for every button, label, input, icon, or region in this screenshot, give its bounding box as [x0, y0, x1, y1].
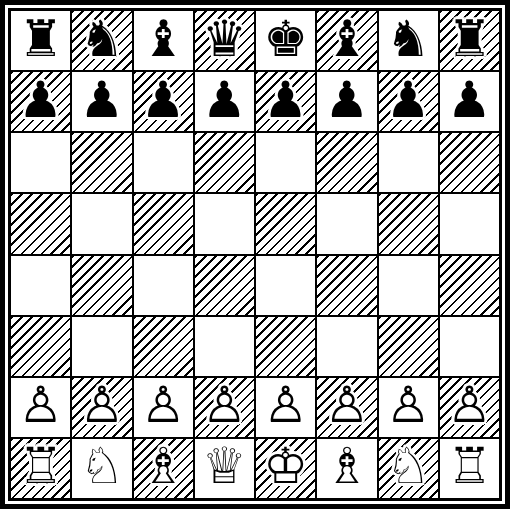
- square-b1[interactable]: ♞♘: [71, 438, 132, 499]
- square-e2[interactable]: ♟♙: [255, 377, 316, 438]
- square-a3[interactable]: [10, 316, 71, 377]
- square-h7[interactable]: ♟♟: [439, 71, 500, 132]
- square-c2[interactable]: ♟♙: [133, 377, 194, 438]
- piece-glyph: ♟: [447, 75, 492, 125]
- square-c4[interactable]: [133, 255, 194, 316]
- square-c8[interactable]: ♝♝: [133, 10, 194, 71]
- square-g3[interactable]: [378, 316, 439, 377]
- piece-black-rook[interactable]: ♜♜: [440, 11, 499, 70]
- square-g7[interactable]: ♟♟: [378, 71, 439, 132]
- piece-black-pawn[interactable]: ♟♟: [440, 72, 499, 131]
- square-d5[interactable]: [194, 193, 255, 254]
- square-f1[interactable]: ♝♗: [316, 438, 377, 499]
- square-e4[interactable]: [255, 255, 316, 316]
- square-e7[interactable]: ♟♟: [255, 71, 316, 132]
- square-g4[interactable]: [378, 255, 439, 316]
- chess-board: ♜♜♞♞♝♝♛♛♚♚♝♝♞♞♜♜♟♟♟♟♟♟♟♟♟♟♟♟♟♟♟♟♟♙♟♙♟♙♟♙…: [10, 10, 500, 499]
- piece-glyph: ♞: [386, 14, 431, 64]
- square-d1[interactable]: ♛♕: [194, 438, 255, 499]
- piece-glyph: ♗: [324, 441, 369, 491]
- square-e3[interactable]: [255, 316, 316, 377]
- piece-glyph: ♟: [263, 75, 308, 125]
- square-g8[interactable]: ♞♞: [378, 10, 439, 71]
- square-g5[interactable]: [378, 193, 439, 254]
- piece-white-rook[interactable]: ♜♖: [11, 439, 70, 498]
- piece-glyph: ♜: [18, 14, 63, 64]
- piece-black-bishop[interactable]: ♝♝: [317, 11, 376, 70]
- square-d8[interactable]: ♛♛: [194, 10, 255, 71]
- square-c1[interactable]: ♝♗: [133, 438, 194, 499]
- square-g1[interactable]: ♞♘: [378, 438, 439, 499]
- piece-white-queen[interactable]: ♛♕: [195, 439, 254, 498]
- square-f3[interactable]: [316, 316, 377, 377]
- piece-glyph: ♝: [324, 14, 369, 64]
- board-frame: ♜♜♞♞♝♝♛♛♚♚♝♝♞♞♜♜♟♟♟♟♟♟♟♟♟♟♟♟♟♟♟♟♟♙♟♙♟♙♟♙…: [0, 0, 510, 509]
- piece-glyph: ♟: [324, 75, 369, 125]
- piece-glyph: ♔: [263, 441, 308, 491]
- piece-white-pawn[interactable]: ♟♙: [134, 378, 193, 437]
- piece-white-rook[interactable]: ♜♖: [440, 439, 499, 498]
- piece-glyph: ♖: [447, 441, 492, 491]
- piece-black-pawn[interactable]: ♟♟: [11, 72, 70, 131]
- square-f7[interactable]: ♟♟: [316, 71, 377, 132]
- square-b2[interactable]: ♟♙: [71, 377, 132, 438]
- square-d6[interactable]: [194, 132, 255, 193]
- piece-glyph: ♙: [386, 380, 431, 430]
- square-e1[interactable]: ♚♔: [255, 438, 316, 499]
- square-a8[interactable]: ♜♜: [10, 10, 71, 71]
- square-a2[interactable]: ♟♙: [10, 377, 71, 438]
- square-a7[interactable]: ♟♟: [10, 71, 71, 132]
- piece-glyph: ♝: [141, 14, 186, 64]
- piece-glyph: ♙: [18, 380, 63, 430]
- square-b6[interactable]: [71, 132, 132, 193]
- square-b7[interactable]: ♟♟: [71, 71, 132, 132]
- square-f6[interactable]: [316, 132, 377, 193]
- piece-glyph: ♙: [79, 380, 124, 430]
- square-c3[interactable]: [133, 316, 194, 377]
- piece-white-pawn[interactable]: ♟♙: [379, 378, 438, 437]
- piece-glyph: ♗: [141, 441, 186, 491]
- piece-black-pawn[interactable]: ♟♟: [317, 72, 376, 131]
- piece-black-king[interactable]: ♚♚: [256, 11, 315, 70]
- square-f5[interactable]: [316, 193, 377, 254]
- piece-white-king[interactable]: ♚♔: [256, 439, 315, 498]
- piece-black-pawn[interactable]: ♟♟: [134, 72, 193, 131]
- square-h4[interactable]: [439, 255, 500, 316]
- square-g6[interactable]: [378, 132, 439, 193]
- piece-glyph: ♛: [202, 14, 247, 64]
- piece-black-rook[interactable]: ♜♜: [11, 11, 70, 70]
- square-b3[interactable]: [71, 316, 132, 377]
- square-a1[interactable]: ♜♖: [10, 438, 71, 499]
- board-rim: ♜♜♞♞♝♝♛♛♚♚♝♝♞♞♜♜♟♟♟♟♟♟♟♟♟♟♟♟♟♟♟♟♟♙♟♙♟♙♟♙…: [8, 8, 502, 501]
- square-h6[interactable]: [439, 132, 500, 193]
- piece-glyph: ♟: [18, 75, 63, 125]
- piece-black-pawn[interactable]: ♟♟: [379, 72, 438, 131]
- piece-white-knight[interactable]: ♞♘: [72, 439, 131, 498]
- square-c5[interactable]: [133, 193, 194, 254]
- square-b4[interactable]: [71, 255, 132, 316]
- square-e6[interactable]: [255, 132, 316, 193]
- square-h3[interactable]: [439, 316, 500, 377]
- piece-glyph: ♙: [141, 380, 186, 430]
- piece-glyph: ♖: [18, 441, 63, 491]
- square-h1[interactable]: ♜♖: [439, 438, 500, 499]
- piece-white-pawn[interactable]: ♟♙: [440, 378, 499, 437]
- piece-glyph: ♟: [79, 75, 124, 125]
- square-c7[interactable]: ♟♟: [133, 71, 194, 132]
- piece-glyph: ♙: [447, 380, 492, 430]
- square-f4[interactable]: [316, 255, 377, 316]
- piece-glyph: ♜: [447, 14, 492, 64]
- piece-black-queen[interactable]: ♛♛: [195, 11, 254, 70]
- square-e5[interactable]: [255, 193, 316, 254]
- square-a6[interactable]: [10, 132, 71, 193]
- piece-glyph: ♙: [263, 380, 308, 430]
- square-d4[interactable]: [194, 255, 255, 316]
- piece-glyph: ♙: [324, 380, 369, 430]
- piece-white-pawn[interactable]: ♟♙: [195, 378, 254, 437]
- square-h2[interactable]: ♟♙: [439, 377, 500, 438]
- piece-glyph: ♚: [263, 14, 308, 64]
- square-b8[interactable]: ♞♞: [71, 10, 132, 71]
- piece-black-pawn[interactable]: ♟♟: [256, 72, 315, 131]
- square-g2[interactable]: ♟♙: [378, 377, 439, 438]
- piece-black-knight[interactable]: ♞♞: [72, 11, 131, 70]
- piece-black-pawn[interactable]: ♟♟: [195, 72, 254, 131]
- piece-glyph: ♟: [141, 75, 186, 125]
- piece-white-bishop[interactable]: ♝♗: [317, 439, 376, 498]
- piece-black-bishop[interactable]: ♝♝: [134, 11, 193, 70]
- piece-glyph: ♞: [79, 14, 124, 64]
- piece-glyph: ♙: [202, 380, 247, 430]
- piece-glyph: ♕: [202, 441, 247, 491]
- square-d2[interactable]: ♟♙: [194, 377, 255, 438]
- piece-white-pawn[interactable]: ♟♙: [256, 378, 315, 437]
- square-a5[interactable]: [10, 193, 71, 254]
- piece-glyph: ♟: [386, 75, 431, 125]
- square-d3[interactable]: [194, 316, 255, 377]
- square-f8[interactable]: ♝♝: [316, 10, 377, 71]
- square-h5[interactable]: [439, 193, 500, 254]
- piece-white-pawn[interactable]: ♟♙: [317, 378, 376, 437]
- piece-glyph: ♘: [79, 441, 124, 491]
- square-e8[interactable]: ♚♚: [255, 10, 316, 71]
- piece-white-pawn[interactable]: ♟♙: [11, 378, 70, 437]
- square-c6[interactable]: [133, 132, 194, 193]
- piece-glyph: ♟: [202, 75, 247, 125]
- square-b5[interactable]: [71, 193, 132, 254]
- piece-glyph: ♘: [386, 441, 431, 491]
- piece-white-bishop[interactable]: ♝♗: [134, 439, 193, 498]
- piece-black-pawn[interactable]: ♟♟: [72, 72, 131, 131]
- piece-black-knight[interactable]: ♞♞: [379, 11, 438, 70]
- square-h8[interactable]: ♜♜: [439, 10, 500, 71]
- square-f2[interactable]: ♟♙: [316, 377, 377, 438]
- piece-white-pawn[interactable]: ♟♙: [72, 378, 131, 437]
- square-a4[interactable]: [10, 255, 71, 316]
- piece-white-knight[interactable]: ♞♘: [379, 439, 438, 498]
- square-d7[interactable]: ♟♟: [194, 71, 255, 132]
